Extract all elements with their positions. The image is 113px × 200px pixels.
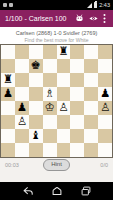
square-f4[interactable] <box>70 101 84 115</box>
square-f3[interactable] <box>70 115 84 129</box>
piece-bp-b4[interactable]: ♟ <box>15 101 29 115</box>
square-g4[interactable] <box>84 101 98 115</box>
notification-icon <box>9 3 13 7</box>
puzzle-header: Carlsen (2868) 1-0 Svidler (2769) Find t… <box>0 27 113 44</box>
control-row: 00:03 Hint 0/0 <box>0 158 113 172</box>
piece-wk-d4[interactable]: ♔ <box>43 101 57 115</box>
square-c4[interactable] <box>29 101 43 115</box>
instruction-label: Find the best move for White <box>0 37 113 43</box>
home-icon[interactable] <box>51 185 63 197</box>
status-bar: 2:43 <box>0 0 113 10</box>
square-b2[interactable] <box>15 129 29 143</box>
piece-wp-h4[interactable]: ♙ <box>98 101 112 115</box>
square-d7[interactable] <box>43 59 57 73</box>
toolbar-title: 1/100 - Carlsen 100 <box>5 15 71 22</box>
puzzle-timer: 00:03 <box>5 162 27 168</box>
bottom-gap <box>0 172 113 182</box>
chess-board[interactable]: ♜♚♜♟♗♟♟♔♙♙♙♝ <box>0 44 113 158</box>
square-a2[interactable] <box>1 129 15 143</box>
square-a4[interactable] <box>1 101 15 115</box>
square-h7[interactable] <box>98 59 112 73</box>
piece-wp-e4[interactable]: ♙ <box>57 101 71 115</box>
square-f7[interactable] <box>70 59 84 73</box>
overflow-menu-icon[interactable] <box>101 13 108 24</box>
square-g3[interactable] <box>84 115 98 129</box>
square-g6[interactable] <box>84 73 98 87</box>
show-solution-icon[interactable] <box>88 13 99 24</box>
square-e6[interactable] <box>57 73 71 87</box>
square-e7[interactable] <box>57 59 71 73</box>
square-h8[interactable] <box>98 45 112 59</box>
square-a8[interactable] <box>1 45 15 59</box>
players-label: Carlsen (2868) 1-0 Svidler (2769) <box>0 30 113 36</box>
square-c8[interactable] <box>29 45 43 59</box>
square-d3[interactable] <box>43 115 57 129</box>
piece-bp-a5[interactable]: ♟ <box>1 87 15 101</box>
square-a3[interactable] <box>1 115 15 129</box>
recents-icon[interactable] <box>80 185 92 197</box>
square-e3[interactable] <box>57 115 71 129</box>
square-g8[interactable] <box>84 45 98 59</box>
piece-wb-d5[interactable]: ♗ <box>43 87 57 101</box>
back-icon[interactable] <box>22 185 34 197</box>
square-f5[interactable] <box>70 87 84 101</box>
square-h3[interactable] <box>98 115 112 129</box>
hint-button[interactable]: Hint <box>43 159 70 171</box>
square-e1[interactable] <box>57 143 71 157</box>
square-e5[interactable] <box>57 87 71 101</box>
signal-icon <box>87 3 92 8</box>
square-h1[interactable] <box>98 143 112 157</box>
square-f8[interactable] <box>70 45 84 59</box>
app-toolbar: 1/100 - Carlsen 100 <box>0 10 113 27</box>
square-c5[interactable] <box>29 87 43 101</box>
square-g1[interactable] <box>84 143 98 157</box>
square-a1[interactable] <box>1 143 15 157</box>
square-h2[interactable] <box>98 129 112 143</box>
piece-br-a6[interactable]: ♜ <box>1 73 15 87</box>
square-g2[interactable] <box>84 129 98 143</box>
square-b6[interactable] <box>15 73 29 87</box>
square-c3[interactable] <box>29 115 43 129</box>
square-d2[interactable] <box>43 129 57 143</box>
battery-icon <box>94 2 97 8</box>
square-g7[interactable] <box>84 59 98 73</box>
square-b1[interactable] <box>15 143 29 157</box>
square-c6[interactable] <box>29 73 43 87</box>
square-f6[interactable] <box>70 73 84 87</box>
square-c1[interactable] <box>29 143 43 157</box>
square-d1[interactable] <box>43 143 57 157</box>
piece-wp-b3[interactable]: ♙ <box>15 115 29 129</box>
notification-icon <box>3 3 7 7</box>
square-e2[interactable] <box>57 129 71 143</box>
square-g5[interactable] <box>84 87 98 101</box>
piece-bb-c2[interactable]: ♝ <box>29 129 43 143</box>
piece-br-e8[interactable]: ♜ <box>57 45 71 59</box>
engine-icon[interactable] <box>74 13 85 24</box>
square-a7[interactable] <box>1 59 15 73</box>
square-h6[interactable] <box>98 73 112 87</box>
square-b7[interactable] <box>15 59 29 73</box>
square-b5[interactable] <box>15 87 29 101</box>
square-d6[interactable] <box>43 73 57 87</box>
piece-bk-c7[interactable]: ♚ <box>29 59 43 73</box>
square-b8[interactable] <box>15 45 29 59</box>
score-counter: 0/0 <box>86 162 108 168</box>
square-f2[interactable] <box>70 129 84 143</box>
square-d8[interactable] <box>43 45 57 59</box>
android-nav-bar <box>0 182 113 200</box>
status-clock: 2:43 <box>99 0 110 10</box>
piece-bp-h5[interactable]: ♟ <box>98 87 112 101</box>
square-f1[interactable] <box>70 143 84 157</box>
